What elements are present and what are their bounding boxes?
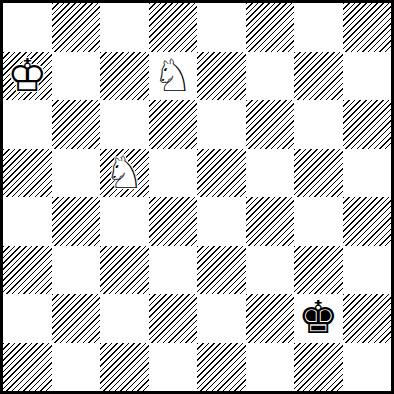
- square-h8[interactable]: [343, 3, 392, 52]
- square-c5[interactable]: ♞♘: [100, 149, 149, 198]
- square-d1[interactable]: [149, 343, 198, 392]
- square-g6[interactable]: [294, 100, 343, 149]
- white-knight-icon: ♘: [153, 52, 193, 97]
- square-c8[interactable]: [100, 3, 149, 52]
- square-g2[interactable]: ♚♚: [294, 294, 343, 343]
- square-a2[interactable]: [3, 294, 52, 343]
- square-a6[interactable]: [3, 100, 52, 149]
- piece-white-knight-c5[interactable]: ♞♘: [100, 149, 149, 198]
- square-f6[interactable]: [246, 100, 295, 149]
- square-g3[interactable]: [294, 246, 343, 295]
- square-g4[interactable]: [294, 197, 343, 246]
- white-knight-icon: ♘: [104, 149, 144, 194]
- square-f8[interactable]: [246, 3, 295, 52]
- square-f4[interactable]: [246, 197, 295, 246]
- square-b2[interactable]: [52, 294, 101, 343]
- square-f2[interactable]: [246, 294, 295, 343]
- square-e4[interactable]: [197, 197, 246, 246]
- square-d8[interactable]: [149, 3, 198, 52]
- square-e2[interactable]: [197, 294, 246, 343]
- square-b6[interactable]: [52, 100, 101, 149]
- square-c6[interactable]: [100, 100, 149, 149]
- square-h2[interactable]: [343, 294, 392, 343]
- square-a5[interactable]: [3, 149, 52, 198]
- square-a4[interactable]: [3, 197, 52, 246]
- square-e5[interactable]: [197, 149, 246, 198]
- square-c2[interactable]: [100, 294, 149, 343]
- chess-board: ♚♔♞♘♞♘♚♚: [0, 0, 394, 394]
- square-g8[interactable]: [294, 3, 343, 52]
- square-b1[interactable]: [52, 343, 101, 392]
- piece-white-king-a7[interactable]: ♚♔: [3, 52, 52, 101]
- square-c1[interactable]: [100, 343, 149, 392]
- square-h5[interactable]: [343, 149, 392, 198]
- white-king-icon: ♔: [7, 52, 47, 97]
- square-b3[interactable]: [52, 246, 101, 295]
- square-d5[interactable]: [149, 149, 198, 198]
- square-f1[interactable]: [246, 343, 295, 392]
- square-h1[interactable]: [343, 343, 392, 392]
- square-b4[interactable]: [52, 197, 101, 246]
- square-d7[interactable]: ♞♘: [149, 52, 198, 101]
- square-e7[interactable]: [197, 52, 246, 101]
- square-c3[interactable]: [100, 246, 149, 295]
- square-f7[interactable]: [246, 52, 295, 101]
- square-d2[interactable]: [149, 294, 198, 343]
- square-d4[interactable]: [149, 197, 198, 246]
- square-e8[interactable]: [197, 3, 246, 52]
- square-h7[interactable]: [343, 52, 392, 101]
- square-b7[interactable]: [52, 52, 101, 101]
- square-h4[interactable]: [343, 197, 392, 246]
- square-e1[interactable]: [197, 343, 246, 392]
- square-b5[interactable]: [52, 149, 101, 198]
- square-e3[interactable]: [197, 246, 246, 295]
- square-a8[interactable]: [3, 3, 52, 52]
- black-king-icon: ♚: [298, 295, 338, 340]
- square-a3[interactable]: [3, 246, 52, 295]
- square-b8[interactable]: [52, 3, 101, 52]
- square-f5[interactable]: [246, 149, 295, 198]
- square-g1[interactable]: [294, 343, 343, 392]
- square-d6[interactable]: [149, 100, 198, 149]
- square-a1[interactable]: [3, 343, 52, 392]
- square-h6[interactable]: [343, 100, 392, 149]
- square-a7[interactable]: ♚♔: [3, 52, 52, 101]
- piece-black-king-g2[interactable]: ♚♚: [294, 294, 343, 343]
- square-h3[interactable]: [343, 246, 392, 295]
- square-g5[interactable]: [294, 149, 343, 198]
- square-c4[interactable]: [100, 197, 149, 246]
- piece-white-knight-d7[interactable]: ♞♘: [149, 52, 198, 101]
- square-g7[interactable]: [294, 52, 343, 101]
- square-d3[interactable]: [149, 246, 198, 295]
- square-c7[interactable]: [100, 52, 149, 101]
- square-e6[interactable]: [197, 100, 246, 149]
- square-f3[interactable]: [246, 246, 295, 295]
